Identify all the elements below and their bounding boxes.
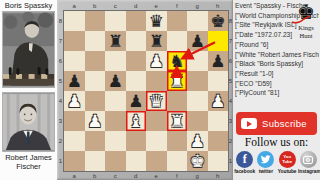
follow-us-heading: Follow us on: bbox=[233, 136, 320, 148]
rank-label-right-1: 1 bbox=[229, 158, 232, 164]
facebook-icon[interactable]: f bbox=[236, 151, 253, 168]
square-d4: ♟ bbox=[126, 91, 147, 111]
file-label-top-h: h bbox=[216, 3, 219, 9]
info-panel: Event "Spassky - Fischer["World Champion… bbox=[233, 0, 320, 180]
rank-label-right-8: 8 bbox=[229, 18, 232, 24]
file-label-top-d: d bbox=[134, 3, 137, 9]
square-b6 bbox=[85, 51, 106, 71]
square-f1 bbox=[167, 151, 188, 171]
rank-label-right-4: 4 bbox=[229, 98, 232, 104]
piece-black-p: ♟ bbox=[64, 71, 85, 91]
square-c6 bbox=[105, 51, 126, 71]
social-youtube[interactable]: YouTubeYoutube bbox=[277, 151, 298, 174]
piece-white-r: ♜ bbox=[167, 71, 188, 91]
instagram-icon[interactable] bbox=[300, 151, 317, 168]
rank-label-left-3: 3 bbox=[59, 118, 62, 124]
square-b1 bbox=[85, 151, 106, 171]
piece-white-p: ♟ bbox=[64, 91, 85, 111]
pgn-line: ["PlyCount "81] bbox=[235, 88, 319, 98]
square-h4: ♟ bbox=[208, 91, 229, 111]
square-g2: ♟ bbox=[187, 131, 208, 151]
piece-black-r: ♜ bbox=[105, 31, 126, 51]
rank-label-right-6: 6 bbox=[229, 58, 232, 64]
file-label-bottom-d: d bbox=[134, 173, 137, 179]
file-label-top-c: c bbox=[114, 3, 117, 9]
square-a3 bbox=[64, 111, 85, 131]
rank-label-left-1: 1 bbox=[59, 158, 62, 164]
square-e2 bbox=[146, 131, 167, 151]
square-a7 bbox=[64, 31, 85, 51]
bottom-player-name-line1: Robert James bbox=[0, 153, 57, 162]
square-d1 bbox=[126, 151, 147, 171]
square-b5 bbox=[85, 71, 106, 91]
square-c3 bbox=[105, 111, 126, 131]
piece-black-r: ♜ bbox=[146, 31, 167, 51]
square-f4 bbox=[167, 91, 188, 111]
square-e7: ♜ bbox=[146, 31, 167, 51]
rank-label-right-3: 3 bbox=[229, 118, 232, 124]
piece-white-p: ♟ bbox=[85, 111, 106, 131]
subscribe-label: Subscribe bbox=[262, 118, 307, 129]
rank-label-left-2: 2 bbox=[59, 138, 62, 144]
file-label-top-e: e bbox=[155, 3, 158, 9]
rank-label-left-4: 4 bbox=[59, 98, 62, 104]
piece-white-q: ♛ bbox=[146, 91, 167, 111]
social-instagram[interactable]: Instagram bbox=[298, 151, 319, 174]
square-h8: ♚ bbox=[208, 11, 229, 31]
square-a8 bbox=[64, 11, 85, 31]
square-f7 bbox=[167, 31, 188, 51]
square-c1 bbox=[105, 151, 126, 171]
facebook-label: facebook bbox=[234, 169, 255, 174]
square-g5 bbox=[187, 71, 208, 91]
fischer-photo bbox=[2, 92, 55, 152]
square-c4 bbox=[105, 91, 126, 111]
social-twitter[interactable]: twitter bbox=[255, 151, 276, 174]
square-a5: ♟ bbox=[64, 71, 85, 91]
square-b4 bbox=[85, 91, 106, 111]
bottom-player-name-line2: Fischer bbox=[0, 162, 57, 171]
square-g1: ♚ bbox=[187, 151, 208, 171]
youtube-label: Youtube bbox=[277, 169, 298, 174]
square-b7 bbox=[85, 31, 106, 51]
square-e5 bbox=[146, 71, 167, 91]
square-b2 bbox=[85, 131, 106, 151]
logo-text-line2: Hunt bbox=[292, 32, 320, 40]
pgn-line: ["Black "Boris Spassky] bbox=[235, 59, 319, 69]
twitter-label: twitter bbox=[255, 169, 276, 174]
chess-board-frame: ♛♚♜♜♟♟♞♟♟♟♜♟♟♛♟♟♝♜♟♚ aabbccddeeffgghh887… bbox=[57, 0, 233, 180]
players-panel: Boris Spassky bbox=[0, 0, 57, 180]
kings-hunt-logo: ♚ Kings Hunt bbox=[292, 0, 320, 40]
square-f6: ♞ bbox=[167, 51, 188, 71]
square-b8 bbox=[85, 11, 106, 31]
file-label-top-g: g bbox=[196, 3, 199, 9]
square-f5: ♜ bbox=[167, 71, 188, 91]
square-a6 bbox=[64, 51, 85, 71]
square-a4: ♟ bbox=[64, 91, 85, 111]
instagram-label: Instagram bbox=[298, 169, 319, 174]
pgn-line: ["Result "1-0] bbox=[235, 69, 319, 79]
file-label-top-b: b bbox=[93, 3, 96, 9]
square-h3 bbox=[208, 111, 229, 131]
square-h6: ♟ bbox=[208, 51, 229, 71]
piece-black-p: ♟ bbox=[126, 91, 147, 111]
social-facebook[interactable]: ffacebook bbox=[234, 151, 255, 174]
square-c8 bbox=[105, 11, 126, 31]
piece-white-p: ♟ bbox=[187, 131, 208, 151]
youtube-play-icon bbox=[241, 118, 257, 129]
square-e1 bbox=[146, 151, 167, 171]
square-d2 bbox=[126, 131, 147, 151]
twitter-icon[interactable] bbox=[257, 151, 274, 168]
piece-white-p: ♟ bbox=[208, 91, 229, 111]
file-label-bottom-e: e bbox=[155, 173, 158, 179]
pgn-line: ["Round "6] bbox=[235, 40, 319, 50]
square-f3: ♜ bbox=[167, 111, 188, 131]
square-g3 bbox=[187, 111, 208, 131]
square-h1 bbox=[208, 151, 229, 171]
file-label-bottom-h: h bbox=[216, 173, 219, 179]
piece-black-p: ♟ bbox=[187, 31, 208, 51]
file-label-bottom-f: f bbox=[176, 173, 178, 179]
piece-white-r: ♜ bbox=[167, 111, 188, 131]
square-a1 bbox=[64, 151, 85, 171]
square-b3: ♟ bbox=[85, 111, 106, 131]
spassky-photo bbox=[2, 11, 55, 88]
square-c7: ♜ bbox=[105, 31, 126, 51]
file-label-bottom-a: a bbox=[73, 173, 76, 179]
rank-label-left-7: 7 bbox=[59, 38, 62, 44]
square-h2 bbox=[208, 131, 229, 151]
rank-label-right-2: 2 bbox=[229, 138, 232, 144]
pgn-line: ["White "Robert James Fischer bbox=[235, 50, 319, 60]
piece-black-p: ♟ bbox=[208, 51, 229, 71]
square-g8 bbox=[187, 11, 208, 31]
piece-white-b: ♝ bbox=[126, 111, 147, 131]
piece-white-k: ♚ bbox=[187, 151, 208, 171]
rank-label-right-5: 5 bbox=[229, 78, 232, 84]
logo-text-line1: Kings bbox=[292, 24, 320, 32]
rank-label-left-8: 8 bbox=[59, 18, 62, 24]
rank-label-right-7: 7 bbox=[229, 38, 232, 44]
file-label-bottom-c: c bbox=[114, 173, 117, 179]
square-g6 bbox=[187, 51, 208, 71]
rank-label-left-5: 5 bbox=[59, 78, 62, 84]
square-d8 bbox=[126, 11, 147, 31]
square-c2 bbox=[105, 131, 126, 151]
square-f8 bbox=[167, 11, 188, 31]
square-h7 bbox=[208, 31, 229, 51]
piece-black-k: ♚ bbox=[208, 11, 229, 31]
subscribe-button[interactable]: Subscribe bbox=[236, 112, 317, 135]
file-label-top-a: a bbox=[73, 3, 76, 9]
piece-black-p: ♟ bbox=[105, 71, 126, 91]
file-label-bottom-g: g bbox=[196, 173, 199, 179]
fischer-portrait-graphic bbox=[3, 93, 54, 151]
square-e3 bbox=[146, 111, 167, 131]
file-label-bottom-b: b bbox=[93, 173, 96, 179]
logo-red-swoosh bbox=[291, 15, 311, 24]
pgn-line: ["ECO "D59] bbox=[235, 79, 319, 89]
chess-board: ♛♚♜♜♟♟♞♟♟♟♜♟♟♛♟♟♝♜♟♚ bbox=[63, 10, 229, 172]
piece-black-n: ♞ bbox=[167, 51, 188, 71]
spassky-portrait-graphic bbox=[3, 12, 54, 87]
square-a2 bbox=[64, 131, 85, 151]
square-e4: ♛ bbox=[146, 91, 167, 111]
square-d3: ♝ bbox=[126, 111, 147, 131]
square-c5: ♟ bbox=[105, 71, 126, 91]
square-d6 bbox=[126, 51, 147, 71]
square-f2 bbox=[167, 131, 188, 151]
social-icons-row: ffacebooktwitterYouTubeYoutubeInstagram bbox=[233, 151, 320, 174]
piece-white-p: ♟ bbox=[146, 51, 167, 71]
square-e8: ♛ bbox=[146, 11, 167, 31]
youtube-icon[interactable]: YouTube bbox=[279, 151, 296, 168]
square-d7 bbox=[126, 31, 147, 51]
piece-black-q: ♛ bbox=[146, 11, 167, 31]
square-d5 bbox=[126, 71, 147, 91]
bottom-player-name: Robert James Fischer bbox=[0, 153, 57, 171]
rank-label-left-6: 6 bbox=[59, 58, 62, 64]
square-g7: ♟ bbox=[187, 31, 208, 51]
file-label-top-f: f bbox=[176, 3, 178, 9]
top-player-name: Boris Spassky bbox=[0, 1, 57, 10]
square-g4 bbox=[187, 91, 208, 111]
square-h5 bbox=[208, 71, 229, 91]
square-e6: ♟ bbox=[146, 51, 167, 71]
